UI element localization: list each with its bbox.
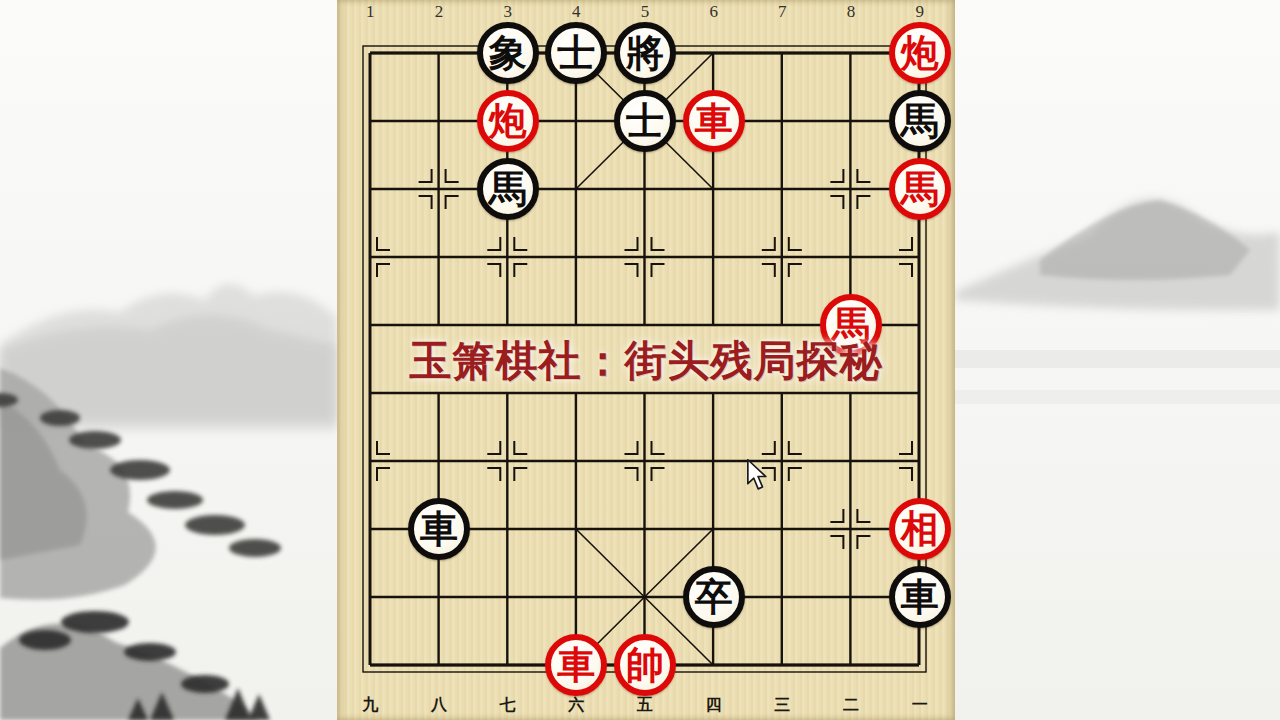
piece-black-horse[interactable]: 馬 <box>889 90 951 152</box>
piece-red-cannon[interactable]: 炮 <box>889 22 951 84</box>
piece-red-elephant[interactable]: 相 <box>889 498 951 560</box>
piece-black-chariot[interactable]: 車 <box>408 498 470 560</box>
piece-black-chariot[interactable]: 車 <box>889 566 951 628</box>
piece-black-horse[interactable]: 馬 <box>477 158 539 220</box>
piece-red-horse[interactable]: 馬 <box>889 158 951 220</box>
piece-black-advisor[interactable]: 士 <box>614 90 676 152</box>
piece-red-chariot[interactable]: 車 <box>683 90 745 152</box>
piece-red-cannon[interactable]: 炮 <box>477 90 539 152</box>
screen: { "game": "xiangqi", "banner": { "text":… <box>0 0 1280 720</box>
piece-red-chariot[interactable]: 車 <box>545 634 607 696</box>
piece-black-advisor[interactable]: 士 <box>545 22 607 84</box>
piece-black-soldier[interactable]: 卒 <box>683 566 745 628</box>
piece-red-general[interactable]: 帥 <box>614 634 676 696</box>
mouse-cursor-icon <box>744 459 770 491</box>
piece-red-horse[interactable]: 馬 <box>820 294 882 356</box>
piece-black-elephant[interactable]: 象 <box>477 22 539 84</box>
xiangqi-board: 象士將炮炮士車馬馬馬馬車相卒車車帥 <box>336 19 954 699</box>
piece-black-general[interactable]: 將 <box>614 22 676 84</box>
